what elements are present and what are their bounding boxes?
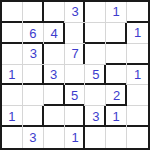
cell-r6c6[interactable] xyxy=(127,127,148,148)
given-digit: 5 xyxy=(71,89,78,102)
given-digit: 1 xyxy=(134,26,141,39)
cell-r0c2[interactable] xyxy=(44,2,65,23)
cell-r1c0[interactable] xyxy=(2,23,23,44)
cell-r0c6[interactable] xyxy=(127,2,148,23)
cell-r4c2[interactable] xyxy=(44,85,65,106)
cell-r4c3[interactable]: 5 xyxy=(65,85,86,106)
cell-r5c4[interactable]: 3 xyxy=(85,106,106,127)
cell-r0c0[interactable] xyxy=(2,2,23,23)
given-digit: 3 xyxy=(30,47,37,60)
given-digit: 1 xyxy=(134,68,141,81)
given-digit: 3 xyxy=(50,68,57,81)
cell-r5c1[interactable] xyxy=(23,106,44,127)
cell-r3c2[interactable]: 3 xyxy=(44,65,65,86)
cell-r0c3[interactable]: 3 xyxy=(65,2,86,23)
given-digit: 2 xyxy=(113,89,120,102)
cell-r4c6[interactable] xyxy=(127,85,148,106)
given-digit: 1 xyxy=(113,110,120,123)
cell-r2c1[interactable]: 3 xyxy=(23,44,44,65)
cell-r3c3[interactable] xyxy=(65,65,86,86)
given-digit: 3 xyxy=(71,5,78,18)
cell-r2c6[interactable] xyxy=(127,44,148,65)
given-digit: 3 xyxy=(29,131,36,144)
cell-r0c5[interactable]: 1 xyxy=(106,2,127,23)
cell-r3c4[interactable]: 5 xyxy=(85,65,106,86)
cell-r0c1[interactable] xyxy=(23,2,44,23)
cell-r6c0[interactable] xyxy=(2,127,23,148)
cell-r5c5[interactable]: 1 xyxy=(106,106,127,127)
cell-r1c6[interactable]: 1 xyxy=(127,23,148,44)
cell-r4c1[interactable] xyxy=(23,85,44,106)
cell-r3c5[interactable] xyxy=(106,65,127,86)
cell-r1c5[interactable] xyxy=(106,23,127,44)
cell-r2c4[interactable] xyxy=(85,44,106,65)
given-digit: 1 xyxy=(8,68,15,81)
cell-r1c1[interactable]: 6 xyxy=(23,23,44,44)
cell-r5c2[interactable] xyxy=(44,106,65,127)
cell-r3c6[interactable]: 1 xyxy=(127,65,148,86)
cell-r0c4[interactable] xyxy=(85,2,106,23)
given-digit: 3 xyxy=(92,110,99,123)
cell-r1c4[interactable] xyxy=(85,23,106,44)
cell-r4c4[interactable] xyxy=(85,85,106,106)
cell-r4c5[interactable]: 2 xyxy=(106,85,127,106)
cell-r6c2[interactable] xyxy=(44,127,65,148)
cell-r6c1[interactable]: 3 xyxy=(23,127,44,148)
cell-r2c0[interactable] xyxy=(2,44,23,65)
cell-r6c3[interactable]: 1 xyxy=(65,127,86,148)
cell-r2c5[interactable] xyxy=(106,44,127,65)
cell-r5c0[interactable]: 1 xyxy=(2,106,23,127)
cell-r6c5[interactable] xyxy=(106,127,127,148)
given-digit: 6 xyxy=(29,27,36,40)
cell-r3c1[interactable] xyxy=(23,65,44,86)
cell-r2c2[interactable] xyxy=(44,44,65,65)
given-digit: 4 xyxy=(51,27,58,40)
given-digit: 1 xyxy=(8,110,15,123)
cell-r1c2[interactable]: 4 xyxy=(44,23,65,44)
cell-r3c0[interactable]: 1 xyxy=(2,65,23,86)
given-digit: 5 xyxy=(92,68,99,81)
puzzle-board: 316413713515213131 xyxy=(0,0,150,150)
cell-r5c6[interactable] xyxy=(127,106,148,127)
cell-r6c4[interactable] xyxy=(85,127,106,148)
given-digit: 7 xyxy=(71,47,78,60)
cell-r2c3[interactable]: 7 xyxy=(65,44,86,65)
cell-r4c0[interactable] xyxy=(2,85,23,106)
given-digit: 1 xyxy=(71,131,78,144)
cell-r1c3[interactable] xyxy=(65,23,86,44)
puzzle-page: 316413713515213131 xyxy=(0,0,150,150)
given-digit: 1 xyxy=(113,5,120,18)
cell-r5c3[interactable] xyxy=(65,106,86,127)
